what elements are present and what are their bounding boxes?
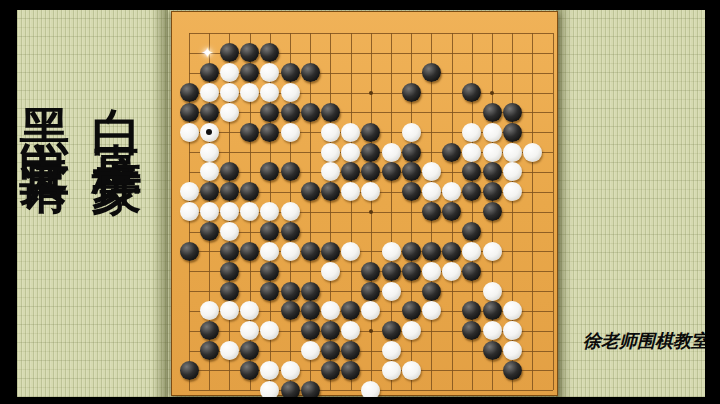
black-stone: [301, 242, 320, 261]
black-stone: [483, 182, 502, 201]
black-stone: [260, 282, 279, 301]
white-stone: [321, 301, 340, 320]
black-stone: [240, 341, 259, 360]
black-stone: [483, 301, 502, 320]
white-stone: [281, 123, 300, 142]
black-stone: [503, 103, 522, 122]
black-player-label: 黑: [17, 68, 73, 79]
white-stone: [260, 242, 279, 261]
sparkle-marker: ✦: [201, 45, 214, 60]
white-stone: [483, 123, 502, 142]
letterbox-right: [705, 0, 720, 404]
hoshi-point: [369, 329, 373, 333]
black-stone: [301, 282, 320, 301]
black-stone: [180, 83, 199, 102]
white-stone: [321, 162, 340, 181]
black-stone: [382, 262, 401, 281]
hoshi-point: [369, 210, 373, 214]
black-stone: [240, 361, 259, 380]
white-stone: [503, 182, 522, 201]
black-stone: [361, 282, 380, 301]
black-stone: [240, 43, 259, 62]
white-stone: [422, 182, 441, 201]
white-stone: [462, 242, 481, 261]
white-stone: [260, 83, 279, 102]
black-stone: [180, 103, 199, 122]
white-stone: [301, 341, 320, 360]
white-stone: [200, 301, 219, 320]
hoshi-point: [490, 91, 494, 95]
black-stone: [361, 162, 380, 181]
black-stone: [442, 143, 461, 162]
hoshi-point: [369, 91, 373, 95]
white-stone: [281, 83, 300, 102]
black-stone: [341, 341, 360, 360]
white-stone: [220, 83, 239, 102]
black-player-name: 申真谞: [17, 103, 73, 136]
white-stone: [240, 202, 259, 221]
black-stone: [462, 162, 481, 181]
white-stone: [523, 143, 542, 162]
white-stone: [260, 202, 279, 221]
black-stone: [240, 123, 259, 142]
black-stone: [341, 301, 360, 320]
white-stone: [382, 361, 401, 380]
white-stone: [422, 162, 441, 181]
black-stone: [180, 242, 199, 261]
white-stone: [240, 321, 259, 340]
black-stone: [402, 242, 421, 261]
white-stone: [503, 301, 522, 320]
white-stone: [503, 341, 522, 360]
white-player-name: 辜梓豪: [89, 103, 145, 136]
black-stone: [503, 361, 522, 380]
black-stone: [281, 103, 300, 122]
white-stone: [220, 341, 239, 360]
grid-line-v: [553, 33, 554, 390]
watermark-caption: 徐老师围棋教室: [583, 329, 709, 353]
black-stone: [402, 262, 421, 281]
black-stone: [180, 361, 199, 380]
black-stone: [220, 262, 239, 281]
black-stone: [281, 222, 300, 241]
white-stone: [341, 143, 360, 162]
white-stone: [281, 361, 300, 380]
white-stone: [462, 123, 481, 142]
black-stone: [321, 103, 340, 122]
white-stone: [281, 242, 300, 261]
white-stone: [260, 63, 279, 82]
black-stone: [301, 301, 320, 320]
white-stone: [341, 321, 360, 340]
white-stone: [180, 123, 199, 142]
white-player-label: 白: [89, 68, 145, 79]
black-stone: [422, 242, 441, 261]
white-stone: [483, 282, 502, 301]
white-stone: [483, 321, 502, 340]
black-stone: [483, 341, 502, 360]
white-stone: [200, 143, 219, 162]
white-stone: [260, 321, 279, 340]
white-stone: [240, 301, 259, 320]
white-stone: [503, 162, 522, 181]
white-stone: [382, 282, 401, 301]
black-stone: [442, 242, 461, 261]
white-stone: [220, 63, 239, 82]
letterbox-left: [0, 0, 17, 404]
white-stone: [200, 83, 219, 102]
black-stone: [321, 321, 340, 340]
grid-line-h: [189, 232, 553, 233]
black-stone: [260, 262, 279, 281]
black-stone: [341, 162, 360, 181]
white-stone: [281, 202, 300, 221]
black-stone: [462, 222, 481, 241]
black-stone: [321, 341, 340, 360]
black-stone: [402, 301, 421, 320]
go-board: ✦: [171, 11, 558, 396]
black-stone: [220, 182, 239, 201]
black-stone: [200, 321, 219, 340]
letterbox-top: [0, 0, 720, 10]
white-stone: [220, 301, 239, 320]
black-stone: [200, 63, 219, 82]
black-stone: [220, 43, 239, 62]
black-stone: [240, 182, 259, 201]
black-stone: [462, 83, 481, 102]
white-stone: [361, 182, 380, 201]
white-stone: [382, 242, 401, 261]
black-stone: [220, 282, 239, 301]
white-stone: [361, 301, 380, 320]
black-stone: [200, 222, 219, 241]
black-stone: [462, 321, 481, 340]
white-stone: [260, 361, 279, 380]
white-player-column: 白辜梓豪: [90, 68, 144, 136]
black-stone: [220, 242, 239, 261]
white-stone: [402, 361, 421, 380]
white-stone: [321, 262, 340, 281]
black-stone: [382, 162, 401, 181]
white-stone: [442, 182, 461, 201]
black-stone: [361, 143, 380, 162]
black-stone: [220, 162, 239, 181]
black-stone: [462, 182, 481, 201]
white-stone: [442, 262, 461, 281]
white-stone: [382, 143, 401, 162]
white-stone: [483, 242, 502, 261]
white-stone: [200, 202, 219, 221]
black-stone: [281, 162, 300, 181]
black-stone: [462, 301, 481, 320]
black-stone: [260, 222, 279, 241]
white-stone: [382, 341, 401, 360]
black-stone: [301, 103, 320, 122]
white-stone: [220, 222, 239, 241]
black-stone: [321, 361, 340, 380]
black-stone: [281, 63, 300, 82]
white-stone: [240, 83, 259, 102]
black-stone: [483, 162, 502, 181]
black-stone: [281, 301, 300, 320]
white-stone: [503, 143, 522, 162]
black-stone: [402, 182, 421, 201]
black-stone: [361, 123, 380, 142]
white-stone: [180, 202, 199, 221]
black-player-column: 黑申真谞: [18, 68, 72, 136]
black-stone: [260, 123, 279, 142]
white-stone: [422, 301, 441, 320]
black-stone: [422, 63, 441, 82]
tatami-seam-right: [556, 10, 572, 397]
black-stone: [321, 182, 340, 201]
white-stone: [341, 182, 360, 201]
black-stone: [200, 103, 219, 122]
black-stone: [301, 63, 320, 82]
black-stone: [301, 321, 320, 340]
white-stone: [180, 182, 199, 201]
white-stone: [462, 143, 481, 162]
white-stone: [341, 242, 360, 261]
black-stone: [382, 321, 401, 340]
black-stone: [260, 103, 279, 122]
tatami-seam-left: [152, 10, 168, 397]
black-stone: [402, 83, 421, 102]
white-stone: [402, 123, 421, 142]
black-stone: [281, 282, 300, 301]
video-frame: 黑申真谞 白辜梓豪 ✦ 徐老师围棋教室: [0, 0, 720, 404]
white-stone: [422, 262, 441, 281]
black-stone: [361, 262, 380, 281]
black-stone: [462, 262, 481, 281]
black-stone: [301, 182, 320, 201]
black-stone: [200, 341, 219, 360]
black-stone: [321, 242, 340, 261]
black-stone: [442, 202, 461, 221]
black-stone: [503, 123, 522, 142]
white-stone: [220, 202, 239, 221]
black-stone: [240, 242, 259, 261]
white-stone: [402, 321, 421, 340]
black-stone: [483, 103, 502, 122]
white-stone: [321, 123, 340, 142]
black-stone: [260, 162, 279, 181]
black-stone: [341, 361, 360, 380]
white-stone: [341, 123, 360, 142]
white-stone: [321, 143, 340, 162]
black-stone: [402, 162, 421, 181]
black-stone: [200, 182, 219, 201]
black-stone: [240, 63, 259, 82]
white-stone: [503, 321, 522, 340]
white-stone: [200, 162, 219, 181]
black-stone: [422, 202, 441, 221]
black-stone: [422, 282, 441, 301]
white-stone: [220, 103, 239, 122]
black-stone: [260, 43, 279, 62]
black-stone: [483, 202, 502, 221]
white-stone: [483, 143, 502, 162]
letterbox-bottom: [0, 397, 720, 404]
grid-line-v: [532, 33, 533, 390]
black-stone: [402, 143, 421, 162]
